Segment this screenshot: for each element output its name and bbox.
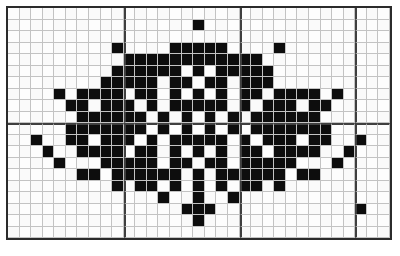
stitched-cell	[274, 146, 286, 158]
empty-cell	[20, 66, 32, 78]
empty-cell	[31, 123, 43, 135]
empty-cell	[228, 158, 240, 170]
empty-cell	[31, 169, 43, 181]
empty-cell	[66, 227, 78, 239]
stitched-cell	[193, 43, 205, 55]
empty-cell	[216, 192, 228, 204]
empty-cell	[8, 146, 20, 158]
stitched-cell	[89, 112, 101, 124]
empty-cell	[89, 181, 101, 193]
empty-cell	[263, 43, 275, 55]
empty-cell	[8, 192, 20, 204]
empty-cell	[263, 31, 275, 43]
stitched-cell	[251, 66, 263, 78]
stitched-cell	[216, 43, 228, 55]
stitched-cell	[193, 54, 205, 66]
stitched-cell	[240, 89, 252, 101]
stitched-cell	[240, 146, 252, 158]
empty-cell	[54, 181, 66, 193]
empty-cell	[378, 54, 390, 66]
empty-cell	[378, 100, 390, 112]
empty-cell	[321, 215, 333, 227]
empty-cell	[77, 77, 89, 89]
stitched-cell	[263, 66, 275, 78]
empty-cell	[43, 77, 55, 89]
stitched-cell	[251, 123, 263, 135]
empty-cell	[31, 204, 43, 216]
empty-cell	[367, 181, 379, 193]
stitched-cell	[112, 135, 124, 147]
empty-cell	[135, 20, 147, 32]
empty-cell	[344, 112, 356, 124]
stitched-cell	[101, 158, 113, 170]
empty-cell	[31, 158, 43, 170]
empty-cell	[378, 66, 390, 78]
empty-cell	[124, 192, 136, 204]
empty-cell	[193, 227, 205, 239]
empty-cell	[321, 89, 333, 101]
empty-cell	[205, 169, 217, 181]
empty-cell	[124, 227, 136, 239]
empty-cell	[286, 192, 298, 204]
empty-cell	[170, 192, 182, 204]
empty-cell	[263, 204, 275, 216]
stitched-cell	[77, 112, 89, 124]
stitched-cell	[228, 112, 240, 124]
empty-cell	[332, 215, 344, 227]
stitched-cell	[124, 100, 136, 112]
stitched-cell	[251, 181, 263, 193]
stitched-cell	[112, 112, 124, 124]
empty-cell	[355, 181, 367, 193]
stitched-cell	[54, 158, 66, 170]
empty-cell	[66, 192, 78, 204]
stitched-cell	[205, 100, 217, 112]
empty-cell	[112, 204, 124, 216]
empty-cell	[309, 43, 321, 55]
empty-cell	[43, 8, 55, 20]
stitched-cell	[193, 135, 205, 147]
empty-cell	[31, 31, 43, 43]
empty-cell	[297, 227, 309, 239]
empty-cell	[158, 158, 170, 170]
empty-cell	[77, 31, 89, 43]
empty-cell	[344, 192, 356, 204]
stitched-cell	[124, 169, 136, 181]
stitched-cell	[135, 181, 147, 193]
empty-cell	[367, 227, 379, 239]
empty-cell	[20, 158, 32, 170]
empty-cell	[378, 135, 390, 147]
empty-cell	[240, 20, 252, 32]
empty-cell	[367, 135, 379, 147]
empty-cell	[124, 31, 136, 43]
empty-cell	[355, 215, 367, 227]
stitched-cell	[309, 89, 321, 101]
empty-cell	[124, 204, 136, 216]
empty-cell	[355, 169, 367, 181]
empty-cell	[170, 31, 182, 43]
stitched-cell	[112, 158, 124, 170]
empty-cell	[135, 215, 147, 227]
empty-cell	[77, 204, 89, 216]
stitched-cell	[240, 54, 252, 66]
empty-cell	[228, 43, 240, 55]
empty-cell	[205, 31, 217, 43]
empty-cell	[228, 215, 240, 227]
empty-cell	[205, 66, 217, 78]
stitched-cell	[274, 135, 286, 147]
empty-cell	[182, 66, 194, 78]
empty-cell	[263, 54, 275, 66]
stitched-cell	[297, 146, 309, 158]
empty-cell	[228, 89, 240, 101]
empty-cell	[367, 8, 379, 20]
stitched-cell	[263, 100, 275, 112]
stitched-cell	[228, 192, 240, 204]
stitched-cell	[124, 77, 136, 89]
empty-cell	[309, 20, 321, 32]
empty-cell	[89, 8, 101, 20]
stitched-cell	[101, 89, 113, 101]
empty-cell	[193, 31, 205, 43]
empty-cell	[101, 227, 113, 239]
stitched-cell	[332, 158, 344, 170]
stitched-cell	[240, 181, 252, 193]
empty-cell	[355, 123, 367, 135]
empty-cell	[228, 181, 240, 193]
stitched-cell	[170, 43, 182, 55]
empty-cell	[66, 146, 78, 158]
empty-cell	[66, 54, 78, 66]
empty-cell	[251, 31, 263, 43]
empty-cell	[344, 8, 356, 20]
empty-cell	[216, 31, 228, 43]
stitched-cell	[251, 89, 263, 101]
stitched-cell	[182, 77, 194, 89]
empty-cell	[286, 43, 298, 55]
empty-cell	[321, 8, 333, 20]
empty-cell	[263, 215, 275, 227]
empty-cell	[77, 43, 89, 55]
empty-cell	[182, 146, 194, 158]
empty-cell	[344, 123, 356, 135]
empty-cell	[66, 20, 78, 32]
stitched-cell	[66, 100, 78, 112]
empty-cell	[43, 158, 55, 170]
empty-cell	[147, 31, 159, 43]
empty-cell	[89, 135, 101, 147]
empty-cell	[309, 181, 321, 193]
empty-cell	[43, 169, 55, 181]
empty-cell	[101, 169, 113, 181]
empty-cell	[170, 215, 182, 227]
stitched-cell	[297, 123, 309, 135]
empty-cell	[124, 89, 136, 101]
empty-cell	[367, 89, 379, 101]
stitched-cell	[274, 112, 286, 124]
stitched-cell	[321, 100, 333, 112]
stitched-cell	[112, 181, 124, 193]
empty-cell	[101, 8, 113, 20]
stitched-cell	[89, 146, 101, 158]
empty-cell	[378, 89, 390, 101]
stitched-cell	[297, 89, 309, 101]
empty-cell	[193, 8, 205, 20]
stitched-cell	[124, 135, 136, 147]
stitched-cell	[205, 135, 217, 147]
stitched-cell	[309, 100, 321, 112]
empty-cell	[54, 77, 66, 89]
cross-stitch-grid	[6, 6, 392, 240]
empty-cell	[367, 112, 379, 124]
empty-cell	[378, 8, 390, 20]
empty-cell	[355, 8, 367, 20]
empty-cell	[147, 43, 159, 55]
stitched-cell	[240, 158, 252, 170]
stitched-cell	[309, 112, 321, 124]
empty-cell	[378, 31, 390, 43]
empty-cell	[20, 135, 32, 147]
empty-cell	[147, 8, 159, 20]
empty-cell	[286, 77, 298, 89]
empty-cell	[378, 123, 390, 135]
empty-cell	[344, 43, 356, 55]
empty-cell	[158, 20, 170, 32]
empty-cell	[8, 100, 20, 112]
empty-cell	[20, 146, 32, 158]
stitched-cell	[251, 169, 263, 181]
stitched-cell	[355, 204, 367, 216]
stitched-cell	[193, 89, 205, 101]
empty-cell	[124, 215, 136, 227]
empty-cell	[205, 20, 217, 32]
empty-cell	[332, 20, 344, 32]
empty-cell	[193, 112, 205, 124]
empty-cell	[205, 146, 217, 158]
empty-cell	[31, 100, 43, 112]
empty-cell	[77, 181, 89, 193]
stitched-cell	[274, 89, 286, 101]
empty-cell	[332, 77, 344, 89]
empty-cell	[135, 100, 147, 112]
empty-cell	[135, 227, 147, 239]
empty-cell	[309, 66, 321, 78]
empty-cell	[170, 204, 182, 216]
empty-cell	[367, 146, 379, 158]
empty-cell	[367, 77, 379, 89]
stitched-cell	[135, 77, 147, 89]
empty-cell	[31, 192, 43, 204]
empty-cell	[274, 215, 286, 227]
empty-cell	[101, 215, 113, 227]
empty-cell	[321, 146, 333, 158]
empty-cell	[66, 158, 78, 170]
stitched-cell	[332, 89, 344, 101]
empty-cell	[77, 192, 89, 204]
empty-cell	[367, 54, 379, 66]
stitched-cell	[309, 169, 321, 181]
stitched-cell	[170, 169, 182, 181]
empty-cell	[101, 204, 113, 216]
empty-cell	[170, 112, 182, 124]
empty-cell	[378, 169, 390, 181]
empty-cell	[66, 8, 78, 20]
empty-cell	[182, 169, 194, 181]
empty-cell	[251, 192, 263, 204]
empty-cell	[309, 227, 321, 239]
empty-cell	[263, 8, 275, 20]
stitched-cell	[309, 135, 321, 147]
empty-cell	[274, 31, 286, 43]
stitched-cell	[182, 123, 194, 135]
empty-cell	[344, 77, 356, 89]
empty-cell	[66, 204, 78, 216]
empty-cell	[54, 66, 66, 78]
stitched-cell	[251, 112, 263, 124]
empty-cell	[20, 89, 32, 101]
stitched-cell	[135, 169, 147, 181]
empty-cell	[378, 158, 390, 170]
empty-cell	[8, 54, 20, 66]
stitched-cell	[286, 89, 298, 101]
stitched-cell	[101, 112, 113, 124]
empty-cell	[228, 20, 240, 32]
empty-cell	[8, 43, 20, 55]
empty-cell	[158, 100, 170, 112]
stitched-cell	[170, 181, 182, 193]
empty-cell	[8, 31, 20, 43]
empty-cell	[8, 8, 20, 20]
empty-cell	[66, 181, 78, 193]
empty-cell	[309, 8, 321, 20]
empty-cell	[344, 215, 356, 227]
empty-cell	[205, 8, 217, 20]
stitched-cell	[240, 100, 252, 112]
stitched-cell	[274, 158, 286, 170]
empty-cell	[286, 204, 298, 216]
stitched-cell	[124, 158, 136, 170]
empty-cell	[297, 66, 309, 78]
empty-cell	[20, 43, 32, 55]
empty-cell	[31, 146, 43, 158]
stitched-cell	[43, 146, 55, 158]
empty-cell	[274, 54, 286, 66]
stitched-cell	[112, 66, 124, 78]
empty-cell	[135, 135, 147, 147]
stitched-cell	[216, 158, 228, 170]
empty-cell	[170, 8, 182, 20]
empty-cell	[355, 31, 367, 43]
empty-cell	[251, 8, 263, 20]
empty-cell	[378, 192, 390, 204]
empty-cell	[43, 181, 55, 193]
empty-cell	[31, 54, 43, 66]
stitched-cell	[193, 66, 205, 78]
empty-cell	[321, 112, 333, 124]
empty-cell	[216, 20, 228, 32]
empty-cell	[297, 135, 309, 147]
stitched-cell	[193, 204, 205, 216]
stitched-cell	[297, 169, 309, 181]
empty-cell	[8, 112, 20, 124]
empty-cell	[367, 204, 379, 216]
stitched-cell	[101, 135, 113, 147]
empty-cell	[31, 77, 43, 89]
empty-cell	[297, 54, 309, 66]
empty-cell	[205, 89, 217, 101]
empty-cell	[31, 89, 43, 101]
stitched-cell	[170, 158, 182, 170]
stitched-cell	[135, 146, 147, 158]
empty-cell	[251, 204, 263, 216]
empty-cell	[89, 227, 101, 239]
stitched-cell	[101, 77, 113, 89]
empty-cell	[147, 20, 159, 32]
empty-cell	[20, 20, 32, 32]
empty-cell	[355, 146, 367, 158]
stitched-cell	[135, 158, 147, 170]
empty-cell	[321, 169, 333, 181]
empty-cell	[332, 66, 344, 78]
stitched-cell	[135, 112, 147, 124]
empty-cell	[367, 31, 379, 43]
empty-cell	[8, 215, 20, 227]
stitched-cell	[286, 135, 298, 147]
empty-cell	[309, 158, 321, 170]
empty-cell	[228, 100, 240, 112]
stitched-cell	[263, 112, 275, 124]
empty-cell	[89, 77, 101, 89]
empty-cell	[20, 77, 32, 89]
stitched-cell	[216, 77, 228, 89]
stitched-cell	[147, 181, 159, 193]
empty-cell	[20, 215, 32, 227]
empty-cell	[170, 20, 182, 32]
empty-cell	[43, 192, 55, 204]
empty-cell	[274, 204, 286, 216]
empty-cell	[112, 54, 124, 66]
empty-cell	[367, 192, 379, 204]
empty-cell	[8, 169, 20, 181]
empty-cell	[89, 66, 101, 78]
empty-cell	[112, 215, 124, 227]
cross-stitch-chart-screenshot	[0, 0, 400, 256]
empty-cell	[321, 43, 333, 55]
empty-cell	[43, 54, 55, 66]
empty-cell	[216, 8, 228, 20]
empty-cell	[321, 181, 333, 193]
stitched-cell	[240, 169, 252, 181]
empty-cell	[124, 20, 136, 32]
stitched-cell	[286, 146, 298, 158]
empty-cell	[20, 100, 32, 112]
stitched-cell	[286, 100, 298, 112]
empty-cell	[89, 20, 101, 32]
empty-cell	[54, 112, 66, 124]
stitched-cell	[193, 146, 205, 158]
empty-cell	[286, 54, 298, 66]
empty-cell	[20, 31, 32, 43]
stitched-cell	[251, 54, 263, 66]
empty-cell	[54, 54, 66, 66]
empty-cell	[367, 123, 379, 135]
empty-cell	[66, 215, 78, 227]
empty-cell	[20, 112, 32, 124]
stitched-cell	[170, 89, 182, 101]
empty-cell	[355, 158, 367, 170]
empty-cell	[286, 66, 298, 78]
